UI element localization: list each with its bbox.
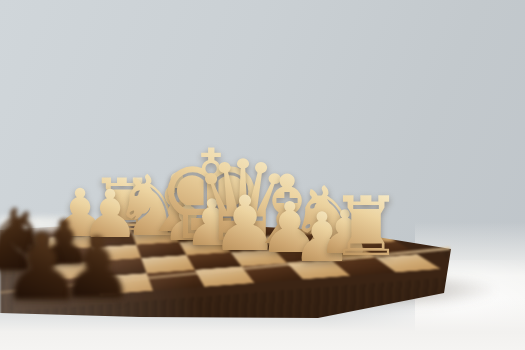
piece-layer: ♜♞♟♟♝♟♚♟♛♟♝♟♞♟♟♜♞♟♟♟ — [0, 0, 525, 350]
piece-white-rook-a1[interactable]: ♜ — [329, 186, 403, 268]
chess-photo-scene: ♜♞♟♟♝♟♚♟♛♟♝♟♞♟♟♜♞♟♟♟ — [0, 0, 525, 350]
piece-black-pawn-b7[interactable]: ♟ — [59, 226, 134, 310]
